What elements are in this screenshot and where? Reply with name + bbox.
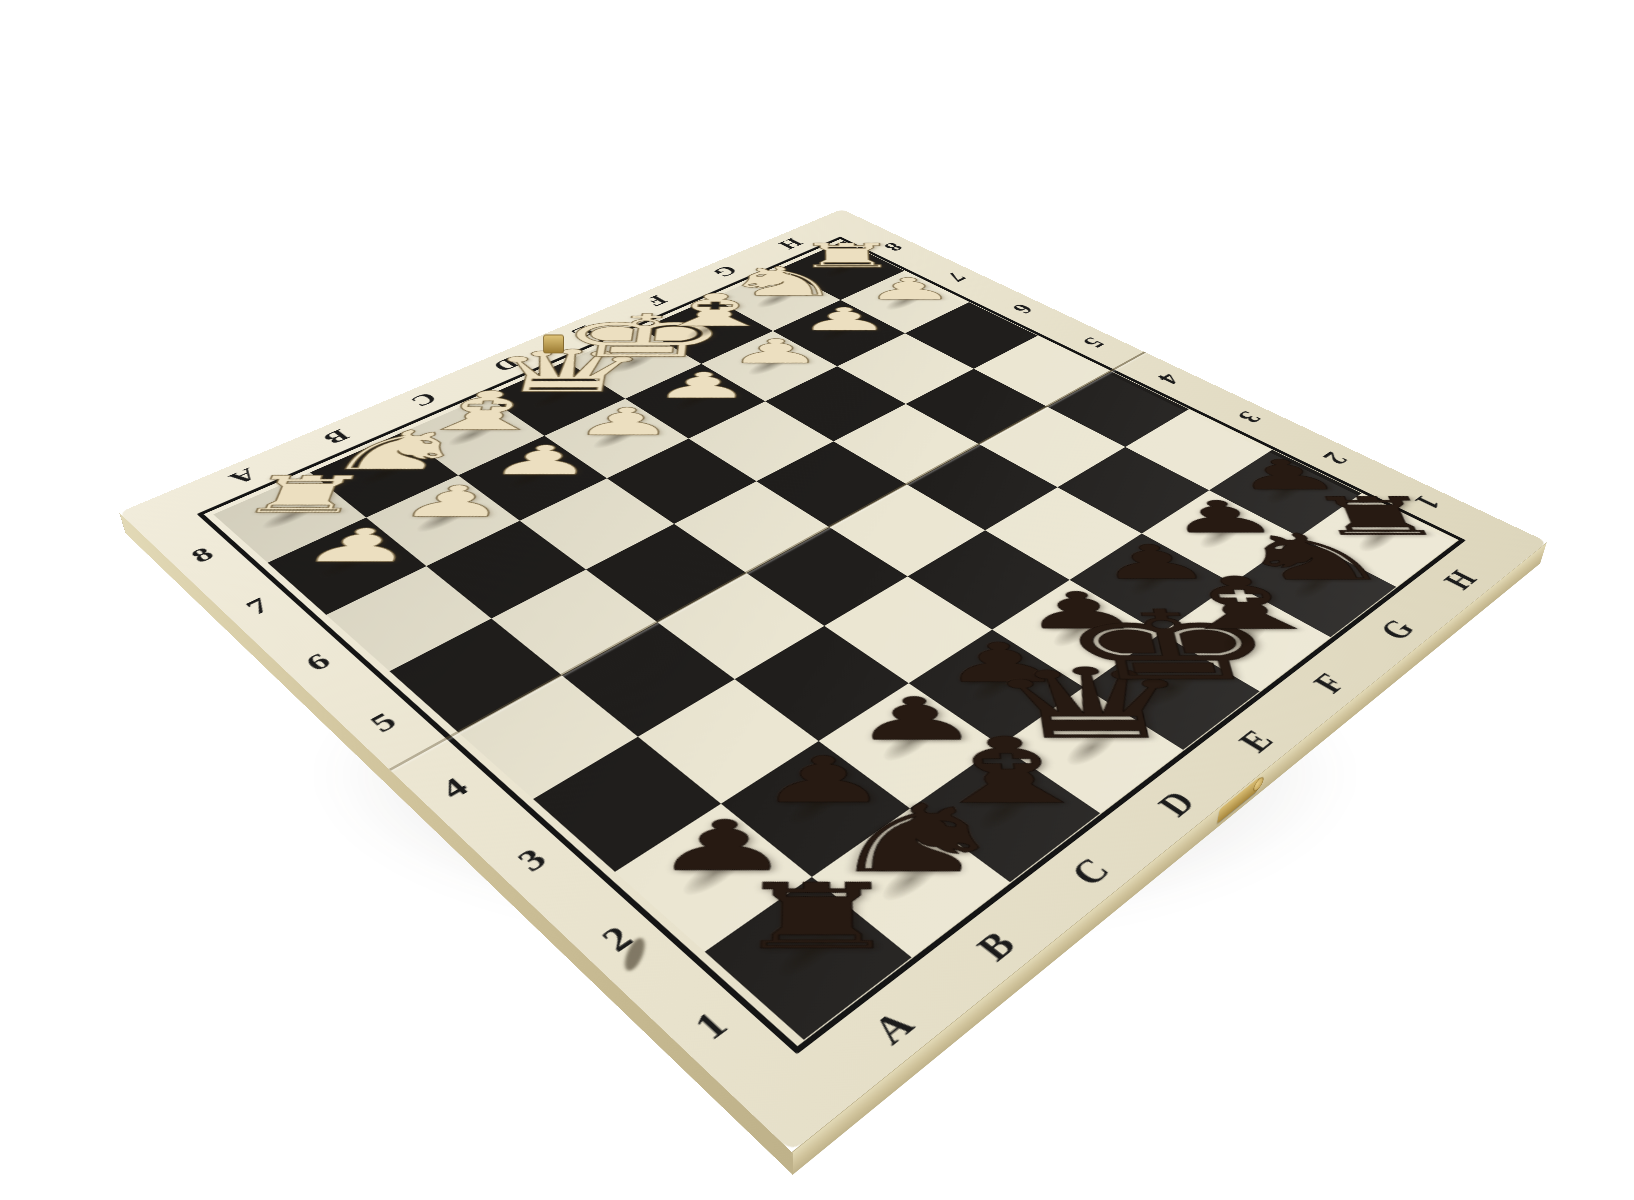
square-g6[interactable] — [638, 679, 819, 804]
square-d6[interactable] — [908, 530, 1070, 629]
rank-label-1-left: 1 — [685, 1003, 738, 1048]
file-label-d-bottom: D — [1149, 784, 1205, 823]
square-g8[interactable] — [812, 808, 1010, 957]
rank-label-4-left: 4 — [433, 771, 477, 805]
pawn-glyph: ♟ — [569, 403, 679, 441]
square-f4[interactable] — [586, 524, 746, 622]
square-g7[interactable] — [721, 741, 910, 877]
rank-label-5-right: 5 — [1076, 334, 1111, 351]
rank-label-6-left: 6 — [299, 648, 338, 677]
square-h4[interactable] — [390, 619, 562, 733]
rook-glyph: ♜ — [228, 470, 380, 521]
rank-label-5-left: 5 — [363, 707, 404, 738]
squares-grid — [213, 243, 1454, 1040]
file-label-g-bottom: G — [1372, 614, 1424, 646]
file-label-h-bottom: H — [1435, 565, 1486, 595]
rank-label-7-left: 7 — [240, 593, 277, 620]
pawn-glyph: ♟ — [725, 335, 824, 368]
square-e5[interactable] — [746, 527, 907, 626]
pawn-glyph: ♟ — [650, 368, 754, 404]
rank-label-8-left: 8 — [185, 542, 220, 567]
file-label-e-bottom: E — [1230, 723, 1283, 758]
square-f8[interactable] — [910, 745, 1100, 882]
square-e7[interactable] — [909, 630, 1084, 746]
square-h5[interactable] — [458, 675, 638, 799]
square-h8[interactable] — [705, 877, 912, 1040]
file-label-f-bottom: F — [1305, 667, 1355, 699]
square-f5[interactable] — [657, 573, 824, 679]
playing-field-frame — [197, 236, 1466, 1054]
pawn-glyph: ♟ — [863, 274, 958, 304]
pawn-glyph: ♟ — [484, 441, 600, 481]
file-label-a-bottom: A — [863, 1002, 925, 1053]
rank-label-6-right: 6 — [1006, 301, 1040, 317]
pawn-glyph: ♟ — [392, 480, 515, 523]
square-g4[interactable] — [491, 570, 657, 676]
square-h7[interactable] — [615, 804, 812, 952]
rank-label-4-right: 4 — [1150, 370, 1187, 389]
file-label-c-bottom: C — [1062, 850, 1120, 893]
square-h6[interactable] — [533, 737, 721, 872]
rank-label-3-left: 3 — [509, 841, 556, 878]
photo-canvas: AABBCCDDEEFFGGHH8877665544332211 ♜♞♝♛♚♝♞… — [0, 0, 1634, 1200]
rank-label-3-right: 3 — [1230, 407, 1269, 427]
pawn-glyph: ♟ — [797, 304, 893, 336]
square-g3[interactable] — [426, 521, 586, 619]
maker-stamp-icon — [621, 937, 649, 972]
brass-clasp-icon[interactable] — [1217, 777, 1260, 824]
square-e8[interactable] — [1000, 687, 1183, 813]
chess-board: AABBCCDDEEFFGGHH8877665544332211 ♜♞♝♛♚♝♞… — [119, 209, 1547, 1152]
square-g5[interactable] — [562, 622, 735, 737]
square-e6[interactable] — [824, 576, 992, 683]
scene: AABBCCDDEEFFGGHH8877665544332211 ♜♞♝♛♚♝♞… — [0, 0, 1634, 1200]
square-h3[interactable] — [326, 566, 491, 671]
square-f6[interactable] — [735, 626, 909, 741]
square-f7[interactable] — [819, 683, 1001, 808]
file-label-b-bottom: B — [968, 923, 1026, 968]
